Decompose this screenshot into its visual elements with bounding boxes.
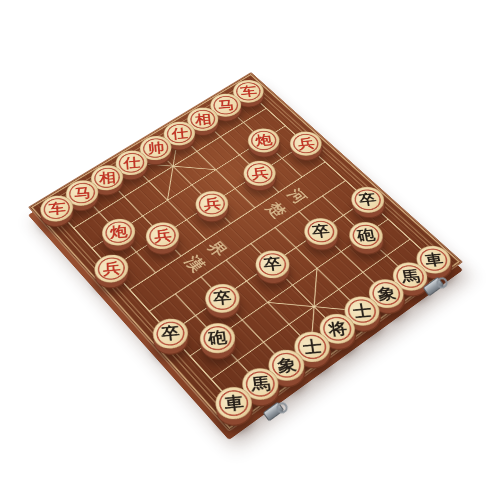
piece-character: 砲 (207, 329, 227, 346)
piece-character: 卒 (311, 224, 331, 240)
piece-character: 相 (194, 112, 212, 126)
piece-character: 炮 (109, 224, 127, 240)
piece-character: 兵 (153, 228, 172, 244)
piece-character: 象 (376, 285, 397, 302)
piece-character: 兵 (250, 166, 269, 181)
piece-character: 兵 (203, 197, 222, 212)
piece-character: 兵 (102, 261, 121, 277)
piece-character: 士 (352, 303, 373, 320)
piece-character: 相 (98, 170, 116, 185)
piece-character: 砲 (356, 227, 376, 243)
piece-character: 車 (223, 394, 244, 413)
piece-character: 帅 (147, 141, 165, 155)
piece-character: 士 (302, 338, 323, 356)
piece-character: 炮 (254, 133, 272, 147)
piece-character: 马 (217, 98, 235, 111)
piece-character: 馬 (400, 268, 421, 284)
piece-character: 兵 (297, 137, 316, 151)
product-photo-stage: 漢界 楚河 车马相仕帅仕相马车炮炮兵兵兵兵兵卒卒卒卒卒砲砲車馬象士将士象馬車 (0, 0, 500, 500)
piece-character: 将 (327, 320, 348, 337)
piece-character: 象 (276, 356, 297, 374)
piece-character: 车 (240, 85, 258, 98)
piece-character: 卒 (263, 256, 283, 272)
piece-character: 马 (73, 186, 91, 201)
piece-character: 车 (48, 201, 65, 216)
piece-character: 仕 (171, 127, 189, 141)
piece-character: 車 (423, 252, 444, 268)
piece-character: 卒 (212, 290, 232, 307)
piece-character: 卒 (161, 325, 181, 342)
piece-character: 仕 (123, 156, 141, 170)
piece-character: 卒 (358, 192, 378, 207)
xiangqi-board[interactable]: 漢界 楚河 车马相仕帅仕相马车炮炮兵兵兵兵兵卒卒卒卒卒砲砲車馬象士将士象馬車 (28, 72, 463, 432)
piece-character: 馬 (250, 375, 271, 393)
